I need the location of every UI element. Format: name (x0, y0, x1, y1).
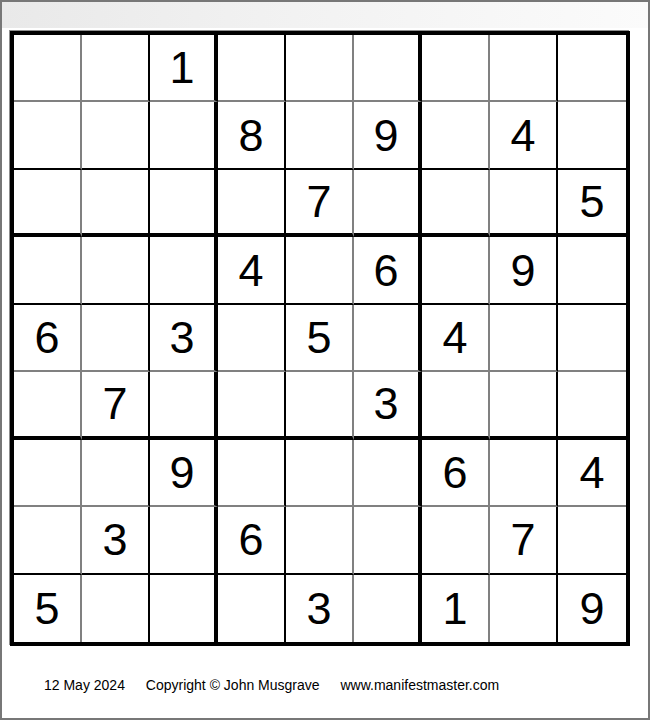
cell-r6c4[interactable] (218, 372, 286, 439)
cell-r9c5[interactable]: 3 (286, 575, 354, 642)
cell-r2c7[interactable] (422, 102, 490, 169)
cell-r2c2[interactable] (82, 102, 150, 169)
cell-r5c5[interactable]: 5 (286, 305, 354, 372)
cell-r2c8[interactable]: 4 (490, 102, 558, 169)
cell-r4c6[interactable]: 6 (354, 237, 422, 304)
cell-r1c9[interactable] (558, 35, 626, 102)
cell-r8c1[interactable] (14, 507, 82, 574)
cell-r2c6[interactable]: 9 (354, 102, 422, 169)
cell-r2c3[interactable] (150, 102, 218, 169)
cell-r3c2[interactable] (82, 170, 150, 237)
cell-r1c1[interactable] (14, 35, 82, 102)
cell-r8c2[interactable]: 3 (82, 507, 150, 574)
cell-r4c7[interactable] (422, 237, 490, 304)
cell-r9c2[interactable] (82, 575, 150, 642)
cell-r3c1[interactable] (14, 170, 82, 237)
cell-r8c6[interactable] (354, 507, 422, 574)
cell-r8c4[interactable]: 6 (218, 507, 286, 574)
footer-date: 12 May 2024 (44, 677, 125, 693)
cell-r8c3[interactable] (150, 507, 218, 574)
header-band (2, 2, 648, 28)
cell-r5c6[interactable] (354, 305, 422, 372)
cell-r8c7[interactable] (422, 507, 490, 574)
footer-copyright: Copyright © John Musgrave (146, 677, 320, 693)
cell-r2c9[interactable] (558, 102, 626, 169)
cell-r6c6[interactable]: 3 (354, 372, 422, 439)
cell-r7c8[interactable] (490, 440, 558, 507)
cell-r1c5[interactable] (286, 35, 354, 102)
cell-r6c3[interactable] (150, 372, 218, 439)
cell-r4c4[interactable]: 4 (218, 237, 286, 304)
cell-r4c5[interactable] (286, 237, 354, 304)
cell-r6c8[interactable] (490, 372, 558, 439)
cell-r7c5[interactable] (286, 440, 354, 507)
cell-r4c9[interactable] (558, 237, 626, 304)
cell-r9c4[interactable] (218, 575, 286, 642)
cell-r8c8[interactable]: 7 (490, 507, 558, 574)
cell-r8c9[interactable] (558, 507, 626, 574)
cell-r9c6[interactable] (354, 575, 422, 642)
cell-r1c2[interactable] (82, 35, 150, 102)
cell-r4c3[interactable] (150, 237, 218, 304)
cell-r9c8[interactable] (490, 575, 558, 642)
cell-r1c8[interactable] (490, 35, 558, 102)
cell-r7c3[interactable]: 9 (150, 440, 218, 507)
footer-url[interactable]: www.manifestmaster.com (340, 677, 499, 693)
sudoku-board: 1894754696354739643675319 (10, 31, 630, 646)
cell-r6c7[interactable] (422, 372, 490, 439)
cell-r3c9[interactable]: 5 (558, 170, 626, 237)
cell-r5c4[interactable] (218, 305, 286, 372)
cell-r6c9[interactable] (558, 372, 626, 439)
page: 1894754696354739643675319 12 May 2024 Co… (0, 0, 650, 720)
cell-r9c1[interactable]: 5 (14, 575, 82, 642)
cell-r6c5[interactable] (286, 372, 354, 439)
cell-r2c5[interactable] (286, 102, 354, 169)
cell-r3c3[interactable] (150, 170, 218, 237)
footer: 12 May 2024 Copyright © John Musgrave ww… (2, 646, 648, 693)
cell-r3c5[interactable]: 7 (286, 170, 354, 237)
cell-r7c7[interactable]: 6 (422, 440, 490, 507)
cell-r1c6[interactable] (354, 35, 422, 102)
cell-r3c4[interactable] (218, 170, 286, 237)
cell-r1c7[interactable] (422, 35, 490, 102)
cell-r3c7[interactable] (422, 170, 490, 237)
cell-r1c4[interactable] (218, 35, 286, 102)
cell-r7c1[interactable] (14, 440, 82, 507)
cell-r9c7[interactable]: 1 (422, 575, 490, 642)
cell-r5c7[interactable]: 4 (422, 305, 490, 372)
cell-r5c2[interactable] (82, 305, 150, 372)
cell-r5c3[interactable]: 3 (150, 305, 218, 372)
cell-r5c9[interactable] (558, 305, 626, 372)
cell-r4c1[interactable] (14, 237, 82, 304)
cell-r8c5[interactable] (286, 507, 354, 574)
cell-r3c6[interactable] (354, 170, 422, 237)
cell-r2c4[interactable]: 8 (218, 102, 286, 169)
cell-r9c3[interactable] (150, 575, 218, 642)
cell-r9c9[interactable]: 9 (558, 575, 626, 642)
cell-r4c8[interactable]: 9 (490, 237, 558, 304)
cell-r2c1[interactable] (14, 102, 82, 169)
cell-r6c2[interactable]: 7 (82, 372, 150, 439)
cell-r7c4[interactable] (218, 440, 286, 507)
cell-r6c1[interactable] (14, 372, 82, 439)
cell-r4c2[interactable] (82, 237, 150, 304)
cell-r3c8[interactable] (490, 170, 558, 237)
cell-r5c1[interactable]: 6 (14, 305, 82, 372)
cell-r5c8[interactable] (490, 305, 558, 372)
cell-r7c2[interactable] (82, 440, 150, 507)
cell-r7c6[interactable] (354, 440, 422, 507)
cell-r7c9[interactable]: 4 (558, 440, 626, 507)
cell-r1c3[interactable]: 1 (150, 35, 218, 102)
